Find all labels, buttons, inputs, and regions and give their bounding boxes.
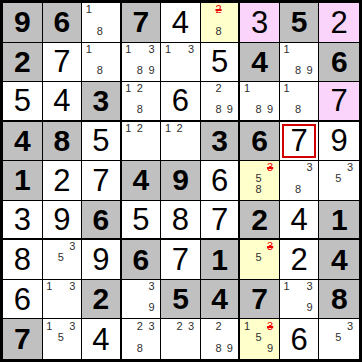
candidate-grid: 135 — [44, 320, 79, 354]
cell-r5c2[interactable]: 2 — [43, 161, 83, 201]
candidate-3: 3 — [67, 320, 79, 331]
candidate-grid: 13 — [162, 44, 197, 77]
cell-r5c7[interactable]: 358 — [240, 161, 280, 201]
candidate-3: 3 — [304, 281, 316, 292]
given-digit: 1 — [331, 205, 348, 235]
candidate-2: 2 — [213, 320, 224, 331]
solved-digit: 2 — [291, 244, 308, 275]
cell-r2c2[interactable]: 7 — [43, 43, 83, 83]
candidate-grid: 28 — [202, 4, 236, 37]
cell-r7c1[interactable]: 8 — [3, 240, 43, 280]
candidate-3: 3 — [67, 241, 79, 252]
given-digit: 4 — [331, 245, 348, 275]
candidate-grid: 139 — [281, 281, 316, 314]
candidate-grid: 128 — [123, 83, 158, 115]
candidate-2: 2 — [213, 83, 224, 94]
candidate-grid: 18 — [281, 83, 316, 115]
candidate-9: 9 — [304, 65, 316, 76]
candidate-3: 3 — [344, 162, 356, 173]
candidate-2: 2 — [134, 320, 146, 331]
cell-r2c3[interactable]: 18 — [82, 43, 122, 83]
cell-r5c6[interactable]: 6 — [201, 161, 241, 201]
candidate-8: 8 — [94, 65, 105, 76]
candidate-3: 3 — [344, 320, 356, 331]
candidate-grid: 1359 — [241, 320, 276, 354]
solved-digit: 4 — [53, 85, 70, 116]
cell-r6c8[interactable]: 4 — [280, 201, 320, 241]
candidate-1: 1 — [44, 281, 56, 292]
solved-digit: 7 — [291, 125, 308, 156]
given-digit: 5 — [172, 284, 189, 314]
cell-r3c8[interactable]: 18 — [280, 82, 320, 122]
cell-r8c8[interactable]: 139 — [280, 280, 320, 320]
cell-r1c4[interactable]: 7 — [122, 3, 162, 43]
given-digit: 3 — [93, 86, 110, 116]
cell-r3c5[interactable]: 6 — [161, 82, 201, 122]
cell-r1c6[interactable]: 28 — [201, 3, 241, 43]
candidate-5: 5 — [55, 332, 67, 343]
cell-r7c9[interactable]: 4 — [319, 240, 359, 280]
candidate-8: 8 — [94, 26, 105, 37]
candidate-grid: 12 — [123, 123, 158, 156]
cell-r3c6[interactable]: 289 — [201, 82, 241, 122]
cell-r8c5[interactable]: 5 — [161, 280, 201, 320]
candidate-1: 1 — [162, 44, 174, 55]
cell-r6c9[interactable]: 1 — [319, 201, 359, 241]
candidate-grid: 35 — [320, 320, 356, 354]
candidate-8: 8 — [253, 104, 265, 115]
candidate-3: 3 — [67, 281, 79, 292]
solved-digit: 9 — [53, 204, 70, 235]
cell-r3c2[interactable]: 4 — [43, 82, 83, 122]
candidate-8: 8 — [213, 343, 224, 354]
candidate-5: 5 — [55, 252, 67, 263]
cell-r9c8[interactable]: 6 — [280, 319, 320, 359]
cell-r2c9[interactable]: 6 — [319, 43, 359, 83]
solved-digit: 3 — [251, 7, 268, 38]
solved-digit: 4 — [291, 204, 308, 235]
candidate-grid: 189 — [281, 44, 316, 77]
cell-r7c4[interactable]: 6 — [122, 240, 162, 280]
candidate-9: 9 — [264, 343, 276, 354]
cell-r8c7[interactable]: 7 — [240, 280, 280, 320]
given-digit: 2 — [14, 47, 31, 77]
cell-r9c3[interactable]: 4 — [82, 319, 122, 359]
given-digit: 4 — [133, 165, 150, 195]
cell-r4c5[interactable]: 12 — [161, 122, 201, 162]
given-digit: 1 — [211, 245, 228, 275]
solved-digit: 2 — [331, 7, 348, 38]
solved-digit: 5 — [14, 85, 31, 116]
cell-r7c8[interactable]: 2 — [280, 240, 320, 280]
given-digit: 6 — [331, 47, 348, 77]
candidate-grid: 38 — [281, 162, 316, 195]
solved-digit: 9 — [92, 244, 109, 275]
candidate-8: 8 — [213, 26, 224, 37]
candidate-8: 8 — [292, 184, 304, 195]
candidate-1: 1 — [83, 4, 94, 15]
candidate-5: 5 — [332, 173, 344, 184]
given-digit: 7 — [14, 324, 31, 354]
candidate-3: 3 — [146, 44, 158, 55]
solved-digit: 8 — [14, 244, 31, 275]
candidate-1: 1 — [281, 44, 293, 55]
candidate-grid: 39 — [123, 281, 158, 314]
candidate-grid: 35 — [44, 241, 79, 274]
cell-r2c5[interactable]: 13 — [161, 43, 201, 83]
cell-r2c6[interactable]: 5 — [201, 43, 241, 83]
cell-r9c9[interactable]: 35 — [319, 319, 359, 359]
given-digit: 4 — [251, 47, 268, 77]
candidate-8: 8 — [213, 104, 224, 115]
cell-r4c7[interactable]: 6 — [240, 122, 280, 162]
cell-r3c1[interactable]: 5 — [3, 82, 43, 122]
candidate-8: 8 — [292, 65, 304, 76]
cell-r9c2[interactable]: 135 — [43, 319, 83, 359]
cell-r1c3[interactable]: 18 — [82, 3, 122, 43]
cell-r5c4[interactable]: 4 — [122, 161, 162, 201]
candidate-1: 1 — [44, 320, 56, 331]
cell-r1c7[interactable]: 3 — [240, 3, 280, 43]
cell-r7c2[interactable]: 35 — [43, 240, 83, 280]
candidate-grid: 18 — [83, 4, 117, 37]
cell-r5c1[interactable]: 1 — [3, 161, 43, 201]
candidate-grid: 13 — [44, 281, 79, 314]
candidate-5: 5 — [253, 332, 265, 343]
candidate-grid: 289 — [202, 320, 236, 354]
candidate-1: 1 — [123, 44, 135, 55]
candidate-grid: 12 — [162, 123, 197, 156]
candidate-1: 1 — [281, 281, 293, 292]
given-digit: 4 — [14, 126, 31, 156]
solved-digit: 9 — [331, 125, 348, 156]
solved-digit: 6 — [211, 165, 228, 196]
candidate-2: 2 — [174, 320, 186, 331]
candidate-8: 8 — [292, 104, 304, 115]
cell-r5c8[interactable]: 38 — [280, 161, 320, 201]
candidate-grid: 289 — [202, 83, 236, 115]
cell-r6c2[interactable]: 9 — [43, 201, 83, 241]
candidate-2: 2 — [213, 4, 224, 15]
cell-r3c7[interactable]: 189 — [240, 82, 280, 122]
candidate-grid: 189 — [241, 83, 276, 115]
cell-r4c1[interactable]: 4 — [3, 122, 43, 162]
candidate-grid: 35 — [320, 162, 356, 195]
given-digit: 3 — [211, 126, 228, 156]
cell-r1c2[interactable]: 6 — [43, 3, 83, 43]
solved-digit: 3 — [14, 204, 31, 235]
cell-r6c6[interactable]: 7 — [201, 201, 241, 241]
cell-r7c7[interactable]: 35 — [240, 240, 280, 280]
given-digit: 5 — [291, 7, 308, 37]
candidate-1: 1 — [123, 123, 135, 134]
candidate-1: 1 — [123, 83, 135, 94]
candidate-3: 3 — [185, 44, 197, 55]
candidate-2: 2 — [134, 83, 146, 94]
given-digit: 6 — [93, 205, 110, 235]
solved-digit: 7 — [172, 244, 189, 275]
candidate-3: 3 — [264, 320, 276, 331]
cell-r3c3[interactable]: 3 — [82, 82, 122, 122]
given-digit: 6 — [251, 126, 268, 156]
cell-r4c9[interactable]: 9 — [319, 122, 359, 162]
cell-r9c4[interactable]: 238 — [122, 319, 162, 359]
candidate-2: 2 — [174, 123, 186, 134]
cell-r6c7[interactable]: 2 — [240, 201, 280, 241]
cell-r6c4[interactable]: 5 — [122, 201, 162, 241]
cell-r1c8[interactable]: 5 — [280, 3, 320, 43]
cell-r4c2[interactable]: 8 — [43, 122, 83, 162]
given-digit: 4 — [211, 284, 228, 314]
solved-digit: 6 — [172, 85, 189, 116]
candidate-grid: 18 — [83, 44, 117, 77]
cell-r9c1[interactable]: 7 — [3, 319, 43, 359]
candidate-grid: 35 — [241, 241, 276, 274]
cell-r9c5[interactable]: 23 — [161, 319, 201, 359]
solved-digit: 6 — [14, 284, 31, 315]
candidate-9: 9 — [224, 104, 235, 115]
solved-digit: 7 — [331, 85, 348, 116]
cell-r2c1[interactable]: 2 — [3, 43, 43, 83]
cell-r4c4[interactable]: 12 — [122, 122, 162, 162]
candidate-9: 9 — [264, 104, 276, 115]
solved-digit: 8 — [172, 204, 189, 235]
candidate-9: 9 — [224, 343, 235, 354]
cell-r5c3[interactable]: 7 — [82, 161, 122, 201]
cell-r7c5[interactable]: 7 — [161, 240, 201, 280]
cell-r1c1[interactable]: 9 — [3, 3, 43, 43]
solved-digit: 7 — [53, 46, 70, 77]
candidate-1: 1 — [281, 83, 293, 94]
candidate-9: 9 — [304, 302, 316, 313]
given-digit: 6 — [133, 245, 150, 275]
candidate-1: 1 — [83, 44, 94, 55]
cell-r2c7[interactable]: 4 — [240, 43, 280, 83]
cell-r6c1[interactable]: 3 — [3, 201, 43, 241]
cell-r1c9[interactable]: 2 — [319, 3, 359, 43]
cell-r5c5[interactable]: 9 — [161, 161, 201, 201]
candidate-5: 5 — [253, 252, 265, 263]
cell-r8c3[interactable]: 2 — [82, 280, 122, 320]
given-digit: 7 — [251, 284, 268, 314]
solved-digit: 6 — [291, 324, 308, 355]
cell-r6c5[interactable]: 8 — [161, 201, 201, 241]
solved-digit: 4 — [172, 7, 189, 38]
candidate-grid: 238 — [123, 320, 158, 354]
given-digit: 6 — [53, 7, 70, 37]
candidate-8: 8 — [134, 65, 146, 76]
cell-r4c6[interactable]: 3 — [201, 122, 241, 162]
candidate-1: 1 — [241, 83, 253, 94]
candidate-3: 3 — [264, 162, 276, 173]
cell-r4c8[interactable]: 7 — [280, 122, 320, 162]
candidate-1: 1 — [241, 320, 253, 331]
candidate-8: 8 — [253, 184, 265, 195]
candidate-grid: 1389 — [123, 44, 158, 77]
candidate-1: 1 — [162, 123, 174, 134]
cell-r3c9[interactable]: 7 — [319, 82, 359, 122]
candidate-grid: 358 — [241, 162, 276, 195]
cell-r3c4[interactable]: 128 — [122, 82, 162, 122]
cell-r6c3[interactable]: 6 — [82, 201, 122, 241]
candidate-8: 8 — [134, 343, 146, 354]
candidate-grid: 23 — [162, 320, 197, 354]
solved-digit: 2 — [53, 165, 70, 196]
sudoku-board: 9618742835227181389135418965431286289189… — [0, 0, 362, 362]
cell-r9c7[interactable]: 1359 — [240, 319, 280, 359]
given-digit: 8 — [331, 284, 348, 314]
candidate-9: 9 — [146, 65, 158, 76]
candidate-3: 3 — [264, 241, 276, 252]
candidate-5: 5 — [332, 332, 344, 343]
given-digit: 9 — [172, 165, 189, 195]
cell-r5c9[interactable]: 35 — [319, 161, 359, 201]
solved-digit: 5 — [211, 46, 228, 77]
cell-r7c3[interactable]: 9 — [82, 240, 122, 280]
given-digit: 9 — [14, 7, 31, 37]
given-digit: 2 — [93, 284, 110, 314]
candidate-8: 8 — [134, 104, 146, 115]
given-digit: 8 — [53, 126, 70, 156]
candidate-9: 9 — [146, 302, 158, 313]
cell-r8c9[interactable]: 8 — [319, 280, 359, 320]
cell-r1c5[interactable]: 4 — [161, 3, 201, 43]
cell-r4c3[interactable]: 5 — [82, 122, 122, 162]
cell-r8c1[interactable]: 6 — [3, 280, 43, 320]
solved-digit: 7 — [92, 165, 109, 196]
solved-digit: 5 — [132, 204, 149, 235]
cell-r2c4[interactable]: 1389 — [122, 43, 162, 83]
given-digit: 1 — [14, 165, 31, 195]
cell-r9c6[interactable]: 289 — [201, 319, 241, 359]
cell-r8c2[interactable]: 13 — [43, 280, 83, 320]
cell-r8c4[interactable]: 39 — [122, 280, 162, 320]
candidate-3: 3 — [304, 162, 316, 173]
candidate-2: 2 — [134, 123, 146, 134]
solved-digit: 5 — [92, 125, 109, 156]
cell-r2c8[interactable]: 189 — [280, 43, 320, 83]
candidate-3: 3 — [146, 320, 158, 331]
candidate-3: 3 — [185, 320, 197, 331]
solved-digit: 7 — [211, 204, 228, 235]
given-digit: 7 — [133, 7, 150, 37]
cell-r8c6[interactable]: 4 — [201, 280, 241, 320]
given-digit: 2 — [251, 205, 268, 235]
candidate-3: 3 — [146, 281, 158, 292]
solved-digit: 4 — [92, 324, 109, 355]
cell-r7c6[interactable]: 1 — [201, 240, 241, 280]
